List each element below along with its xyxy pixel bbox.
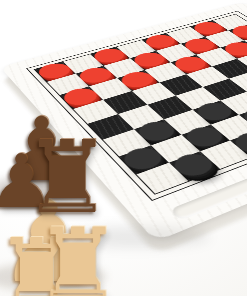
product-photo-scene: ●●●●●●●●●●●●●●●●●●●●●●●● ♟ ♟ ♜ ♟ ♜ ♜ [0, 0, 247, 296]
offboard-light-rook[interactable]: ♜ [34, 215, 122, 296]
